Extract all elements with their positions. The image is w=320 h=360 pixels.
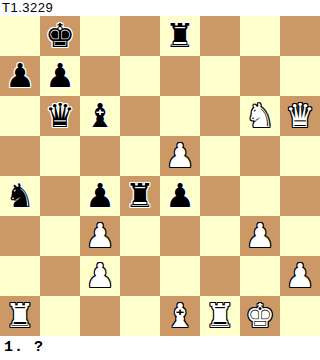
square-g6[interactable]: ♞ [240, 96, 280, 136]
square-h2[interactable]: ♟ [280, 256, 320, 296]
square-g2[interactable] [240, 256, 280, 296]
square-a4[interactable]: ♞ [0, 176, 40, 216]
square-c1[interactable] [80, 296, 120, 336]
white-queen-icon: ♛ [285, 96, 315, 136]
square-g3[interactable]: ♟ [240, 216, 280, 256]
chess-board: ♚♜♟♟♛♝♞♛♟♞♟♜♟♟♟♟♟♜♝♜♚ [0, 16, 320, 336]
black-pawn-icon: ♟ [165, 176, 195, 216]
white-pawn-icon: ♟ [85, 216, 115, 256]
square-a1[interactable]: ♜ [0, 296, 40, 336]
square-c2[interactable]: ♟ [80, 256, 120, 296]
square-a7[interactable]: ♟ [0, 56, 40, 96]
square-g4[interactable] [240, 176, 280, 216]
square-e5[interactable]: ♟ [160, 136, 200, 176]
black-knight-icon: ♞ [5, 176, 35, 216]
square-h7[interactable] [280, 56, 320, 96]
square-e6[interactable] [160, 96, 200, 136]
square-b2[interactable] [40, 256, 80, 296]
square-d2[interactable] [120, 256, 160, 296]
square-d1[interactable] [120, 296, 160, 336]
square-e8[interactable]: ♜ [160, 16, 200, 56]
square-e4[interactable]: ♟ [160, 176, 200, 216]
white-rook-icon: ♜ [5, 296, 35, 336]
square-d4[interactable]: ♜ [120, 176, 160, 216]
square-f1[interactable]: ♜ [200, 296, 240, 336]
white-knight-icon: ♞ [245, 96, 275, 136]
square-f3[interactable] [200, 216, 240, 256]
square-e3[interactable] [160, 216, 200, 256]
square-h8[interactable] [280, 16, 320, 56]
puzzle-title: T1.3229 [0, 0, 320, 16]
square-e2[interactable] [160, 256, 200, 296]
square-c5[interactable] [80, 136, 120, 176]
square-f6[interactable] [200, 96, 240, 136]
square-g1[interactable]: ♚ [240, 296, 280, 336]
square-c3[interactable]: ♟ [80, 216, 120, 256]
square-g8[interactable] [240, 16, 280, 56]
square-h4[interactable] [280, 176, 320, 216]
square-g5[interactable] [240, 136, 280, 176]
white-bishop-icon: ♝ [165, 296, 195, 336]
white-pawn-icon: ♟ [165, 136, 195, 176]
square-h5[interactable] [280, 136, 320, 176]
square-a3[interactable] [0, 216, 40, 256]
square-d5[interactable] [120, 136, 160, 176]
square-h1[interactable] [280, 296, 320, 336]
square-b3[interactable] [40, 216, 80, 256]
square-f2[interactable] [200, 256, 240, 296]
chess-app-window: T1.3229 ♚♜♟♟♛♝♞♛♟♞♟♜♟♟♟♟♟♜♝♜♚ 1. ? [0, 0, 320, 360]
black-king-icon: ♚ [45, 16, 75, 56]
square-d8[interactable] [120, 16, 160, 56]
square-d7[interactable] [120, 56, 160, 96]
white-pawn-icon: ♟ [85, 256, 115, 296]
white-king-icon: ♚ [245, 296, 275, 336]
square-f5[interactable] [200, 136, 240, 176]
square-a8[interactable] [0, 16, 40, 56]
square-g7[interactable] [240, 56, 280, 96]
black-bishop-icon: ♝ [85, 96, 115, 136]
black-pawn-icon: ♟ [45, 56, 75, 96]
square-c4[interactable]: ♟ [80, 176, 120, 216]
square-d6[interactable] [120, 96, 160, 136]
square-b7[interactable]: ♟ [40, 56, 80, 96]
white-pawn-icon: ♟ [245, 216, 275, 256]
black-pawn-icon: ♟ [85, 176, 115, 216]
square-f7[interactable] [200, 56, 240, 96]
move-prompt: 1. ? [0, 336, 320, 360]
square-b4[interactable] [40, 176, 80, 216]
square-a2[interactable] [0, 256, 40, 296]
square-h6[interactable]: ♛ [280, 96, 320, 136]
square-e1[interactable]: ♝ [160, 296, 200, 336]
square-c6[interactable]: ♝ [80, 96, 120, 136]
black-queen-icon: ♛ [45, 96, 75, 136]
square-h3[interactable] [280, 216, 320, 256]
square-e7[interactable] [160, 56, 200, 96]
white-rook-icon: ♜ [205, 296, 235, 336]
white-pawn-icon: ♟ [285, 256, 315, 296]
black-rook-icon: ♜ [125, 176, 155, 216]
square-b1[interactable] [40, 296, 80, 336]
black-rook-icon: ♜ [165, 16, 195, 56]
square-a6[interactable] [0, 96, 40, 136]
square-a5[interactable] [0, 136, 40, 176]
square-c8[interactable] [80, 16, 120, 56]
square-b6[interactable]: ♛ [40, 96, 80, 136]
square-f4[interactable] [200, 176, 240, 216]
black-pawn-icon: ♟ [5, 56, 35, 96]
square-c7[interactable] [80, 56, 120, 96]
square-b5[interactable] [40, 136, 80, 176]
square-b8[interactable]: ♚ [40, 16, 80, 56]
square-f8[interactable] [200, 16, 240, 56]
square-d3[interactable] [120, 216, 160, 256]
